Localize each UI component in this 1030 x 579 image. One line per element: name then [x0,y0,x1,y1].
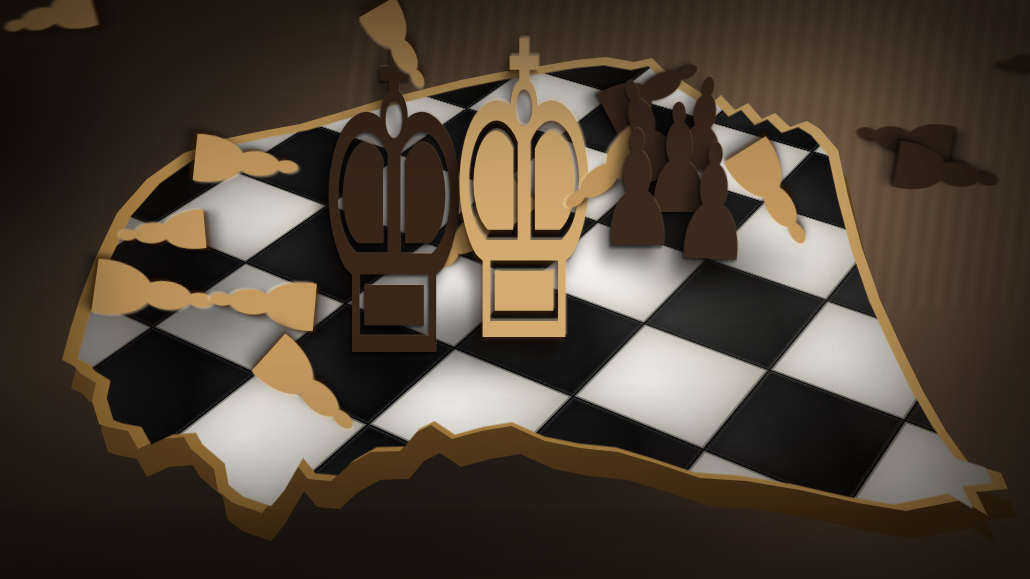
dark-pawn-table-right-b[interactable]: ♟ [868,125,1020,220]
light-pawn-table-top-left[interactable]: ♟ [0,0,119,62]
dark-pawn-table-edge-partial[interactable]: ♟ [979,33,1030,91]
light-pawn-board-northwest[interactable]: ♟ [169,119,317,204]
dark-pawn-cluster-front-left[interactable]: ♟ [597,110,677,270]
pieces-layer: ♟♟♟♟♟♟♟♚♚♟♟♟♟♟♟♟♟♟♟♟♟ [0,0,1030,579]
scene: ♟♟♟♟♟♟♟♚♚♟♟♟♟♟♟♟♟♟♟♟♟ [0,0,1030,579]
